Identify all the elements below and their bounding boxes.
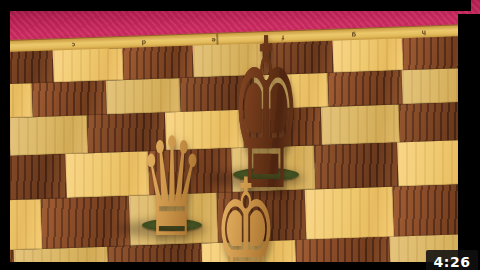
letterbox-bar-left bbox=[0, 0, 10, 270]
video-duration-badge: 4:26 bbox=[426, 250, 478, 270]
square-c8 bbox=[53, 48, 124, 82]
letterbox-bar-top bbox=[0, 0, 471, 11]
white-king: ♚ bbox=[194, 159, 298, 270]
file-label-c: c bbox=[72, 41, 76, 47]
square-c7 bbox=[32, 81, 107, 118]
letterbox-bar-right bbox=[458, 14, 480, 262]
letterbox-bar-bottom bbox=[0, 262, 480, 270]
file-label-e: e bbox=[211, 36, 215, 42]
square-g7 bbox=[328, 70, 403, 107]
square-c6 bbox=[9, 115, 88, 156]
file-label-h: h bbox=[421, 29, 426, 35]
square-d8 bbox=[123, 46, 194, 80]
square-g8 bbox=[332, 38, 403, 72]
file-label-d: d bbox=[142, 39, 147, 45]
square-g5 bbox=[314, 143, 398, 190]
square-g6 bbox=[321, 104, 400, 145]
file-label-g: g bbox=[351, 31, 356, 37]
video-frame: bcdefgh ♚♛♚ 4:26 bbox=[0, 0, 480, 270]
square-g4 bbox=[305, 187, 395, 240]
